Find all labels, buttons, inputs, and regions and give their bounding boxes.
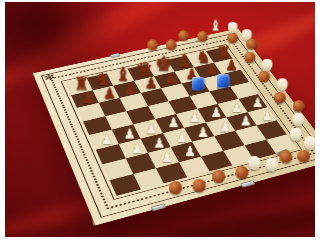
brown-checker xyxy=(169,181,182,194)
brown-checker xyxy=(193,179,206,192)
product-photo: ✻ ♜♞♝♛♚♝♞♜♟♟♟♟♟♟♟♟♟♟♟♟♟♟♟♟♟♟♟♟♟♟♟♟♟♝ xyxy=(0,0,320,240)
dark-piece-p: ♟ xyxy=(76,83,98,105)
dark-piece-p: ♟ xyxy=(220,51,241,72)
scene: ✻ ♜♞♝♛♚♝♞♜♟♟♟♟♟♟♟♟♟♟♟♟♟♟♟♟♟♟♟♟♟♟♟♟♟♝ xyxy=(0,0,320,240)
white-piece-P: ♟ xyxy=(178,135,202,159)
photo-frame-left xyxy=(0,0,5,240)
brown-checker xyxy=(292,100,304,112)
photo-frame-right xyxy=(315,0,320,240)
white-checker xyxy=(266,157,278,171)
blue-die xyxy=(191,77,204,91)
brown-checker xyxy=(178,30,189,41)
white-piece-P: ♟ xyxy=(234,105,257,128)
brown-checker xyxy=(258,71,269,82)
white-checker xyxy=(249,156,261,170)
chess-board: ✻ ♜♞♝♛♚♝♞♜♟♟♟♟♟♟♟♟♟♟♟♟♟♟♟♟♟♟♟♟♟♟♟♟♟♝ xyxy=(33,28,320,225)
white-piece-P: ♟ xyxy=(213,110,236,133)
brown-checker xyxy=(244,52,255,63)
white-piece-P: ♟ xyxy=(155,141,179,165)
dark-piece-p: ♟ xyxy=(140,69,162,91)
dark-piece-p: ♟ xyxy=(98,78,120,100)
white-piece-P: ♟ xyxy=(125,132,149,156)
white-checker xyxy=(262,58,272,70)
brown-checker xyxy=(197,31,208,42)
white-piece-P: ♟ xyxy=(95,123,118,146)
brown-checker xyxy=(279,150,292,163)
dark-piece-p: ♟ xyxy=(119,74,141,96)
white-bishop-border: ♝ xyxy=(209,20,222,34)
brown-checker xyxy=(147,39,158,50)
white-checker xyxy=(293,113,304,126)
pieces-layer: ♜♞♝♛♚♝♞♜♟♟♟♟♟♟♟♟♟♟♟♟♟♟♟♟♟♟♟♟♟♟♟♟♟♝ xyxy=(33,28,320,225)
brown-checker xyxy=(235,166,248,179)
brown-checker xyxy=(297,149,310,162)
white-checker xyxy=(290,127,301,140)
brown-checker xyxy=(212,170,225,183)
photo-frame-top xyxy=(0,0,320,2)
dark-piece-p: ♟ xyxy=(160,64,182,86)
blue-die xyxy=(217,74,230,87)
white-piece-P: ♟ xyxy=(255,100,278,123)
white-checker xyxy=(277,79,288,92)
brown-checker xyxy=(246,39,257,50)
